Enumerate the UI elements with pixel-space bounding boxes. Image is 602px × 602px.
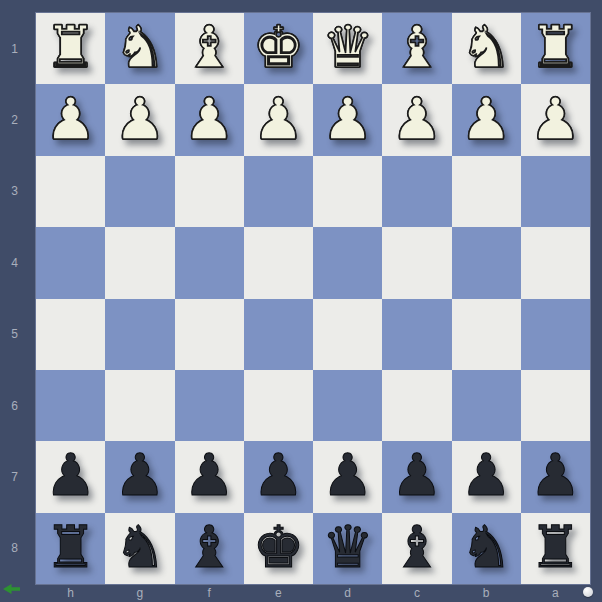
piece-white-rook[interactable]: ♜: [45, 18, 97, 79]
square-g3[interactable]: [105, 156, 174, 227]
square-c6[interactable]: [382, 370, 451, 441]
piece-black-knight[interactable]: ♞: [460, 518, 512, 579]
square-f3[interactable]: [175, 156, 244, 227]
square-a3[interactable]: [521, 156, 590, 227]
piece-black-rook[interactable]: ♜: [45, 518, 97, 579]
chess-board-frame: 12345678 hgfedcba ♜♞♝♚♛♝♞♜♟♟♟♟♟♟♟♟♟♟♟♟♟♟…: [0, 0, 602, 602]
white-to-move-indicator: [583, 587, 593, 597]
piece-white-pawn[interactable]: ♟: [252, 90, 304, 151]
chess-board[interactable]: ♜♞♝♚♛♝♞♜♟♟♟♟♟♟♟♟♟♟♟♟♟♟♟♟♜♞♝♚♛♝♞♜: [36, 13, 590, 584]
square-b6[interactable]: [452, 370, 521, 441]
square-f1[interactable]: ♝: [175, 13, 244, 84]
square-c5[interactable]: [382, 299, 451, 370]
rank-label-5: 5: [0, 299, 36, 370]
piece-white-king[interactable]: ♚: [252, 18, 304, 79]
piece-white-pawn[interactable]: ♟: [391, 90, 443, 151]
square-h6[interactable]: [36, 370, 105, 441]
rank-label-1: 1: [0, 13, 36, 84]
file-label-e: e: [244, 584, 313, 602]
square-g2[interactable]: ♟: [105, 84, 174, 155]
square-h8[interactable]: ♜: [36, 513, 105, 584]
piece-white-pawn[interactable]: ♟: [114, 90, 166, 151]
square-h5[interactable]: [36, 299, 105, 370]
square-b4[interactable]: [452, 227, 521, 298]
square-e4[interactable]: [244, 227, 313, 298]
square-a2[interactable]: ♟: [521, 84, 590, 155]
piece-white-pawn[interactable]: ♟: [529, 90, 581, 151]
rank-label-4: 4: [0, 227, 36, 298]
file-label-c: c: [382, 584, 451, 602]
square-e2[interactable]: ♟: [244, 84, 313, 155]
file-label-g: g: [105, 584, 174, 602]
square-a5[interactable]: [521, 299, 590, 370]
piece-black-pawn[interactable]: ♟: [45, 446, 97, 507]
piece-white-queen[interactable]: ♛: [322, 18, 374, 79]
square-f4[interactable]: [175, 227, 244, 298]
file-labels: hgfedcba: [36, 584, 590, 602]
piece-black-rook[interactable]: ♜: [529, 518, 581, 579]
piece-black-bishop[interactable]: ♝: [391, 518, 443, 579]
file-label-f: f: [175, 584, 244, 602]
square-h4[interactable]: [36, 227, 105, 298]
rank-label-3: 3: [0, 156, 36, 227]
square-d1[interactable]: ♛: [313, 13, 382, 84]
square-b2[interactable]: ♟: [452, 84, 521, 155]
square-e1[interactable]: ♚: [244, 13, 313, 84]
piece-white-bishop[interactable]: ♝: [183, 18, 235, 79]
square-a6[interactable]: [521, 370, 590, 441]
piece-white-rook[interactable]: ♜: [529, 18, 581, 79]
piece-white-bishop[interactable]: ♝: [391, 18, 443, 79]
square-d2[interactable]: ♟: [313, 84, 382, 155]
square-g1[interactable]: ♞: [105, 13, 174, 84]
piece-black-pawn[interactable]: ♟: [322, 446, 374, 507]
piece-black-pawn[interactable]: ♟: [252, 446, 304, 507]
piece-black-pawn[interactable]: ♟: [183, 446, 235, 507]
square-h3[interactable]: [36, 156, 105, 227]
piece-black-pawn[interactable]: ♟: [460, 446, 512, 507]
piece-white-knight[interactable]: ♞: [114, 18, 166, 79]
piece-black-king[interactable]: ♚: [252, 518, 304, 579]
square-b1[interactable]: ♞: [452, 13, 521, 84]
square-d6[interactable]: [313, 370, 382, 441]
piece-white-knight[interactable]: ♞: [460, 18, 512, 79]
rank-label-7: 7: [0, 441, 36, 512]
file-label-b: b: [452, 584, 521, 602]
piece-white-pawn[interactable]: ♟: [45, 90, 97, 151]
piece-black-pawn[interactable]: ♟: [391, 446, 443, 507]
square-c4[interactable]: [382, 227, 451, 298]
piece-black-pawn[interactable]: ♟: [114, 446, 166, 507]
square-d3[interactable]: [313, 156, 382, 227]
square-a1[interactable]: ♜: [521, 13, 590, 84]
square-g4[interactable]: [105, 227, 174, 298]
piece-black-pawn[interactable]: ♟: [529, 446, 581, 507]
square-a4[interactable]: [521, 227, 590, 298]
square-h2[interactable]: ♟: [36, 84, 105, 155]
square-d7[interactable]: ♟: [313, 441, 382, 512]
square-d8[interactable]: ♛: [313, 513, 382, 584]
square-e6[interactable]: [244, 370, 313, 441]
square-e7[interactable]: ♟: [244, 441, 313, 512]
piece-black-knight[interactable]: ♞: [114, 518, 166, 579]
rank-label-8: 8: [0, 513, 36, 584]
square-g6[interactable]: [105, 370, 174, 441]
square-a8[interactable]: ♜: [521, 513, 590, 584]
square-b3[interactable]: [452, 156, 521, 227]
file-label-h: h: [36, 584, 105, 602]
square-e3[interactable]: [244, 156, 313, 227]
square-f5[interactable]: [175, 299, 244, 370]
square-e8[interactable]: ♚: [244, 513, 313, 584]
square-c7[interactable]: ♟: [382, 441, 451, 512]
piece-white-pawn[interactable]: ♟: [460, 90, 512, 151]
square-g7[interactable]: ♟: [105, 441, 174, 512]
square-c3[interactable]: [382, 156, 451, 227]
rank-labels: 12345678: [0, 13, 36, 584]
file-label-d: d: [313, 584, 382, 602]
square-b8[interactable]: ♞: [452, 513, 521, 584]
square-c1[interactable]: ♝: [382, 13, 451, 84]
piece-black-queen[interactable]: ♛: [322, 518, 374, 579]
square-h1[interactable]: ♜: [36, 13, 105, 84]
piece-white-pawn[interactable]: ♟: [183, 90, 235, 151]
rank-label-6: 6: [0, 370, 36, 441]
square-c2[interactable]: ♟: [382, 84, 451, 155]
rank-label-2: 2: [0, 84, 36, 155]
green-left-arrow-icon: [3, 584, 21, 594]
square-h7[interactable]: ♟: [36, 441, 105, 512]
square-d4[interactable]: [313, 227, 382, 298]
square-c8[interactable]: ♝: [382, 513, 451, 584]
square-f8[interactable]: ♝: [175, 513, 244, 584]
square-g8[interactable]: ♞: [105, 513, 174, 584]
square-b5[interactable]: [452, 299, 521, 370]
square-f7[interactable]: ♟: [175, 441, 244, 512]
piece-white-pawn[interactable]: ♟: [322, 90, 374, 151]
square-f2[interactable]: ♟: [175, 84, 244, 155]
square-e5[interactable]: [244, 299, 313, 370]
square-b7[interactable]: ♟: [452, 441, 521, 512]
square-d5[interactable]: [313, 299, 382, 370]
piece-black-bishop[interactable]: ♝: [183, 518, 235, 579]
file-label-a: a: [521, 584, 590, 602]
square-a7[interactable]: ♟: [521, 441, 590, 512]
square-g5[interactable]: [105, 299, 174, 370]
square-f6[interactable]: [175, 370, 244, 441]
